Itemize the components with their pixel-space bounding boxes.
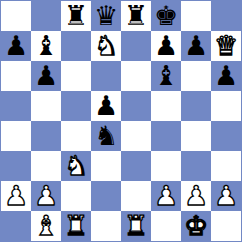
square-g8[interactable] xyxy=(181,1,211,31)
piece-white-pawn: ♟ xyxy=(214,182,238,209)
square-h6[interactable]: ♟ xyxy=(211,61,241,91)
piece-black-bishop: ♝ xyxy=(34,32,58,59)
square-e6[interactable] xyxy=(121,61,151,91)
piece-white-rook: ♜ xyxy=(64,212,88,239)
piece-white-queen: ♛ xyxy=(214,32,238,59)
piece-black-pawn: ♟ xyxy=(184,32,208,59)
piece-white-knight: ♞ xyxy=(94,32,118,59)
square-e5[interactable] xyxy=(121,91,151,121)
square-c8[interactable]: ♜ xyxy=(61,1,91,31)
piece-black-pawn: ♟ xyxy=(34,62,58,89)
piece-black-pawn: ♟ xyxy=(154,32,178,59)
square-c2[interactable] xyxy=(61,181,91,211)
square-b1[interactable]: ♝ xyxy=(31,211,61,241)
square-g4[interactable] xyxy=(181,121,211,151)
square-e2[interactable] xyxy=(121,181,151,211)
piece-white-bishop: ♝ xyxy=(34,212,58,239)
square-b8[interactable] xyxy=(31,1,61,31)
piece-white-pawn: ♟ xyxy=(4,182,28,209)
piece-black-knight: ♞ xyxy=(94,122,118,149)
square-f1[interactable] xyxy=(151,211,181,241)
square-a7[interactable]: ♟ xyxy=(1,31,31,61)
piece-white-pawn: ♟ xyxy=(34,182,58,209)
square-f5[interactable] xyxy=(151,91,181,121)
square-h5[interactable] xyxy=(211,91,241,121)
square-a8[interactable] xyxy=(1,1,31,31)
square-a6[interactable] xyxy=(1,61,31,91)
square-c7[interactable] xyxy=(61,31,91,61)
square-h2[interactable]: ♟ xyxy=(211,181,241,211)
square-h8[interactable] xyxy=(211,1,241,31)
square-g2[interactable]: ♟ xyxy=(181,181,211,211)
square-d6[interactable] xyxy=(91,61,121,91)
square-c4[interactable] xyxy=(61,121,91,151)
square-h4[interactable] xyxy=(211,121,241,151)
square-e1[interactable]: ♜ xyxy=(121,211,151,241)
square-a3[interactable] xyxy=(1,151,31,181)
square-d5[interactable]: ♟ xyxy=(91,91,121,121)
square-h3[interactable] xyxy=(211,151,241,181)
square-d2[interactable] xyxy=(91,181,121,211)
square-g5[interactable] xyxy=(181,91,211,121)
piece-white-knight: ♞ xyxy=(64,152,88,179)
square-d7[interactable]: ♞ xyxy=(91,31,121,61)
square-f3[interactable] xyxy=(151,151,181,181)
square-d8[interactable]: ♛ xyxy=(91,1,121,31)
piece-black-bishop: ♝ xyxy=(154,62,178,89)
square-f6[interactable]: ♝ xyxy=(151,61,181,91)
square-a5[interactable] xyxy=(1,91,31,121)
square-e8[interactable]: ♜ xyxy=(121,1,151,31)
piece-white-pawn: ♟ xyxy=(154,182,178,209)
square-h7[interactable]: ♛ xyxy=(211,31,241,61)
square-d1[interactable] xyxy=(91,211,121,241)
square-a4[interactable] xyxy=(1,121,31,151)
piece-white-king: ♚ xyxy=(184,212,208,239)
square-c5[interactable] xyxy=(61,91,91,121)
square-b2[interactable]: ♟ xyxy=(31,181,61,211)
piece-black-pawn: ♟ xyxy=(94,92,118,119)
square-g1[interactable]: ♚ xyxy=(181,211,211,241)
square-b6[interactable]: ♟ xyxy=(31,61,61,91)
square-b4[interactable] xyxy=(31,121,61,151)
piece-black-pawn: ♟ xyxy=(4,32,28,59)
square-h1[interactable] xyxy=(211,211,241,241)
square-b7[interactable]: ♝ xyxy=(31,31,61,61)
piece-black-king: ♚ xyxy=(154,2,178,29)
piece-black-rook: ♜ xyxy=(64,2,88,29)
square-c3[interactable]: ♞ xyxy=(61,151,91,181)
square-c1[interactable]: ♜ xyxy=(61,211,91,241)
square-g6[interactable] xyxy=(181,61,211,91)
square-c6[interactable] xyxy=(61,61,91,91)
square-e3[interactable] xyxy=(121,151,151,181)
piece-black-rook: ♜ xyxy=(124,2,148,29)
square-f7[interactable]: ♟ xyxy=(151,31,181,61)
square-f4[interactable] xyxy=(151,121,181,151)
square-b5[interactable] xyxy=(31,91,61,121)
square-g7[interactable]: ♟ xyxy=(181,31,211,61)
square-d3[interactable] xyxy=(91,151,121,181)
chess-board: ♜♛♜♚♟♝♞♟♟♛♟♝♟♟♞♞♟♟♟♟♟♝♜♜♚ xyxy=(0,0,242,242)
piece-black-queen: ♛ xyxy=(94,2,118,29)
piece-white-rook: ♜ xyxy=(124,212,148,239)
square-f2[interactable]: ♟ xyxy=(151,181,181,211)
piece-black-pawn: ♟ xyxy=(214,62,238,89)
square-e7[interactable] xyxy=(121,31,151,61)
piece-white-pawn: ♟ xyxy=(184,182,208,209)
square-e4[interactable] xyxy=(121,121,151,151)
square-f8[interactable]: ♚ xyxy=(151,1,181,31)
square-b3[interactable] xyxy=(31,151,61,181)
square-g3[interactable] xyxy=(181,151,211,181)
square-a2[interactable]: ♟ xyxy=(1,181,31,211)
square-d4[interactable]: ♞ xyxy=(91,121,121,151)
square-a1[interactable] xyxy=(1,211,31,241)
